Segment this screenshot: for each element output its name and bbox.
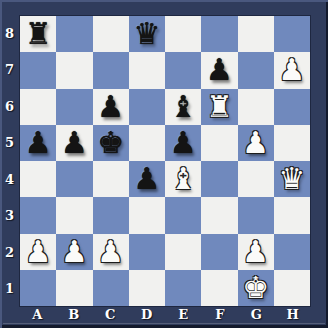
white-pawn[interactable]: ♟ xyxy=(274,52,310,88)
square-b4[interactable] xyxy=(56,161,92,197)
square-d8[interactable]: ♛ xyxy=(129,16,165,52)
square-d4[interactable]: ♟ xyxy=(129,161,165,197)
black-pawn[interactable]: ♟ xyxy=(93,89,129,125)
square-a7[interactable] xyxy=(20,52,56,88)
square-h6[interactable] xyxy=(274,89,310,125)
square-g1[interactable]: ♚ xyxy=(238,270,274,306)
black-king[interactable]: ♚ xyxy=(93,125,129,161)
rank-label-2: 2 xyxy=(0,234,19,271)
square-f8[interactable] xyxy=(201,16,237,52)
file-label-f: F xyxy=(202,306,239,323)
square-c7[interactable] xyxy=(93,52,129,88)
black-pawn[interactable]: ♟ xyxy=(201,52,237,88)
square-c2[interactable]: ♟ xyxy=(93,234,129,270)
square-h4[interactable]: ♛ xyxy=(274,161,310,197)
square-f7[interactable]: ♟ xyxy=(201,52,237,88)
chess-board: ♜♛♟♟♟♝♜♟♟♚♟♟♟♝♛♟♟♟♟♚ xyxy=(19,15,311,307)
square-b2[interactable]: ♟ xyxy=(56,234,92,270)
file-label-c: C xyxy=(92,306,129,323)
frame-bevel-highlight xyxy=(3,323,325,324)
file-label-d: D xyxy=(129,306,166,323)
square-g4[interactable] xyxy=(238,161,274,197)
black-rook[interactable]: ♜ xyxy=(20,16,56,52)
white-pawn[interactable]: ♟ xyxy=(56,234,92,270)
square-e3[interactable] xyxy=(165,197,201,233)
white-pawn[interactable]: ♟ xyxy=(20,234,56,270)
square-h3[interactable] xyxy=(274,197,310,233)
square-d7[interactable] xyxy=(129,52,165,88)
rank-label-3: 3 xyxy=(0,198,19,235)
square-a6[interactable] xyxy=(20,89,56,125)
square-a1[interactable] xyxy=(20,270,56,306)
black-bishop[interactable]: ♝ xyxy=(165,89,201,125)
square-g2[interactable]: ♟ xyxy=(238,234,274,270)
square-h5[interactable] xyxy=(274,125,310,161)
square-b8[interactable] xyxy=(56,16,92,52)
square-e2[interactable] xyxy=(165,234,201,270)
square-a5[interactable]: ♟ xyxy=(20,125,56,161)
white-king[interactable]: ♚ xyxy=(238,270,274,306)
white-bishop[interactable]: ♝ xyxy=(165,161,201,197)
square-e7[interactable] xyxy=(165,52,201,88)
square-b1[interactable] xyxy=(56,270,92,306)
square-b3[interactable] xyxy=(56,197,92,233)
square-f3[interactable] xyxy=(201,197,237,233)
square-b5[interactable]: ♟ xyxy=(56,125,92,161)
square-e8[interactable] xyxy=(165,16,201,52)
white-rook[interactable]: ♜ xyxy=(201,89,237,125)
square-a3[interactable] xyxy=(20,197,56,233)
black-pawn[interactable]: ♟ xyxy=(20,125,56,161)
file-label-b: B xyxy=(56,306,93,323)
rank-label-1: 1 xyxy=(0,271,19,308)
square-a2[interactable]: ♟ xyxy=(20,234,56,270)
square-f2[interactable] xyxy=(201,234,237,270)
black-queen[interactable]: ♛ xyxy=(129,16,165,52)
square-g8[interactable] xyxy=(238,16,274,52)
square-g6[interactable] xyxy=(238,89,274,125)
rank-label-7: 7 xyxy=(0,52,19,89)
square-h2[interactable] xyxy=(274,234,310,270)
black-pawn[interactable]: ♟ xyxy=(165,125,201,161)
black-pawn[interactable]: ♟ xyxy=(56,125,92,161)
square-e6[interactable]: ♝ xyxy=(165,89,201,125)
square-h7[interactable]: ♟ xyxy=(274,52,310,88)
square-g7[interactable] xyxy=(238,52,274,88)
white-pawn[interactable]: ♟ xyxy=(238,234,274,270)
square-f1[interactable] xyxy=(201,270,237,306)
square-a8[interactable]: ♜ xyxy=(20,16,56,52)
square-b7[interactable] xyxy=(56,52,92,88)
file-label-a: A xyxy=(19,306,56,323)
square-e5[interactable]: ♟ xyxy=(165,125,201,161)
file-label-h: H xyxy=(275,306,312,323)
square-h1[interactable] xyxy=(274,270,310,306)
file-label-g: G xyxy=(238,306,275,323)
square-h8[interactable] xyxy=(274,16,310,52)
square-c3[interactable] xyxy=(93,197,129,233)
square-d2[interactable] xyxy=(129,234,165,270)
square-f5[interactable] xyxy=(201,125,237,161)
square-d5[interactable] xyxy=(129,125,165,161)
square-c6[interactable]: ♟ xyxy=(93,89,129,125)
square-e4[interactable]: ♝ xyxy=(165,161,201,197)
rank-label-4: 4 xyxy=(0,161,19,198)
square-g5[interactable]: ♟ xyxy=(238,125,274,161)
square-g3[interactable] xyxy=(238,197,274,233)
board-frame: 87654321 ♜♛♟♟♟♝♜♟♟♚♟♟♟♝♛♟♟♟♟♚ ABCDEFGH xyxy=(0,0,328,328)
rank-label-8: 8 xyxy=(0,15,19,52)
square-d1[interactable] xyxy=(129,270,165,306)
rank-labels: 87654321 xyxy=(0,15,19,307)
square-f6[interactable]: ♜ xyxy=(201,89,237,125)
square-d6[interactable] xyxy=(129,89,165,125)
square-f4[interactable] xyxy=(201,161,237,197)
white-pawn[interactable]: ♟ xyxy=(93,234,129,270)
rank-label-6: 6 xyxy=(0,88,19,125)
white-pawn[interactable]: ♟ xyxy=(238,125,274,161)
file-labels: ABCDEFGH xyxy=(19,306,311,323)
white-queen[interactable]: ♛ xyxy=(274,161,310,197)
file-label-e: E xyxy=(165,306,202,323)
square-c5[interactable]: ♚ xyxy=(93,125,129,161)
square-c4[interactable] xyxy=(93,161,129,197)
square-e1[interactable] xyxy=(165,270,201,306)
rank-label-5: 5 xyxy=(0,125,19,162)
square-d3[interactable] xyxy=(129,197,165,233)
square-b6[interactable] xyxy=(56,89,92,125)
square-c1[interactable] xyxy=(93,270,129,306)
square-a4[interactable] xyxy=(20,161,56,197)
square-c8[interactable] xyxy=(93,16,129,52)
black-pawn[interactable]: ♟ xyxy=(129,161,165,197)
